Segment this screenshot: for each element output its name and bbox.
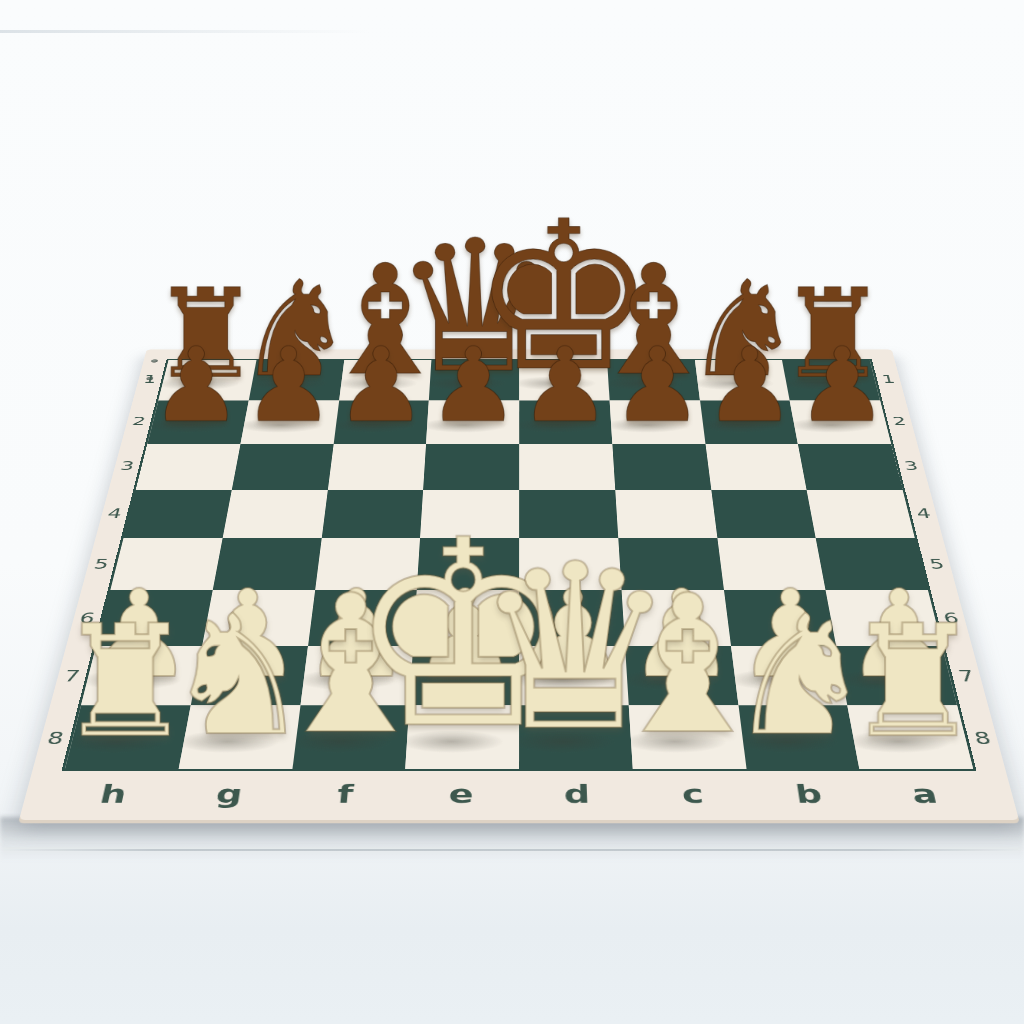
file-label-f: f — [285, 781, 404, 812]
piece-light-rook: ♜ — [843, 613, 981, 752]
piece-light-bishop: ♝ — [602, 580, 773, 752]
square-c8: ♝ — [629, 705, 747, 769]
square-h2: ♟ — [147, 401, 248, 444]
piece-dark-pawn: ♟ — [151, 339, 243, 431]
backdrop-seam — [0, 30, 370, 33]
piece-dark-pawn: ♟ — [611, 339, 703, 431]
square-h3 — [136, 444, 241, 490]
square-g2: ♟ — [240, 401, 338, 444]
piece-dark-pawn: ♟ — [704, 339, 796, 431]
square-c3 — [612, 444, 711, 490]
file-label-b: b — [749, 781, 870, 812]
square-a8: ♜ — [848, 705, 974, 769]
piece-light-rook: ♜ — [57, 613, 195, 752]
square-b4 — [711, 489, 816, 538]
photo-stage: 12345678 12345678 hgfedcba ♜♞♝♛♚♝♞♜♟♟♟♟♟… — [0, 0, 1024, 1024]
file-label-c: c — [634, 781, 753, 812]
file-label-h: h — [51, 781, 174, 812]
square-g3 — [232, 444, 334, 490]
square-b3 — [705, 444, 807, 490]
square-d2: ♟ — [519, 401, 612, 444]
piece-dark-pawn: ♟ — [243, 339, 335, 431]
square-f3 — [327, 444, 426, 490]
chess-board-mat: 12345678 12345678 hgfedcba ♜♞♝♛♚♝♞♜♟♟♟♟♟… — [19, 349, 1019, 820]
square-f2: ♟ — [333, 401, 429, 444]
square-b2: ♟ — [700, 401, 798, 444]
file-label-g: g — [168, 781, 289, 812]
square-a3 — [798, 444, 903, 490]
square-h8: ♜ — [65, 705, 191, 769]
square-g4 — [222, 489, 327, 538]
table-front — [0, 852, 1024, 1024]
file-label-a: a — [864, 781, 987, 812]
square-a4 — [807, 489, 915, 538]
square-c2: ♟ — [609, 401, 705, 444]
square-d3 — [519, 444, 615, 490]
board-grid: ♜♞♝♛♚♝♞♜♟♟♟♟♟♟♟♟♟♟♟♟♟♟♟♟♜♞♝♚♛♝♞♜ — [62, 359, 977, 771]
piece-dark-pawn: ♟ — [796, 339, 888, 431]
square-e3 — [423, 444, 519, 490]
file-label-e: e — [402, 781, 519, 812]
square-e2: ♟ — [426, 401, 519, 444]
file-label-d: d — [519, 781, 636, 812]
piece-dark-pawn: ♟ — [519, 339, 611, 431]
square-h4 — [123, 489, 231, 538]
piece-dark-pawn: ♟ — [335, 339, 427, 431]
board-cast-shadow — [0, 817, 1024, 861]
square-a2: ♟ — [790, 401, 891, 444]
file-labels: hgfedcba — [51, 781, 987, 812]
piece-dark-pawn: ♟ — [427, 339, 519, 431]
